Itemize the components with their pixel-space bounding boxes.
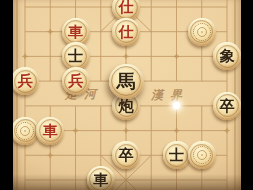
screenshot-root: 楚河 漢界 仕車仕士象兵兵馬炮卒車卒士車 (0, 0, 253, 190)
piece-character: 馬 (109, 64, 144, 99)
piece-red-advisor[interactable]: 仕 (112, 18, 140, 46)
piece-hidden-piece[interactable] (188, 141, 216, 169)
piece-black-horse[interactable]: 馬 (109, 64, 144, 99)
right-black-bar (241, 0, 253, 190)
left-black-bar (0, 0, 13, 190)
piece-character: 卒 (213, 92, 241, 120)
piece-red-soldier[interactable]: 兵 (62, 67, 90, 95)
piece-character: 象 (213, 42, 241, 70)
piece-character: 卒 (112, 141, 140, 169)
piece-red-soldier[interactable]: 兵 (11, 67, 39, 95)
face-down-pattern (193, 23, 211, 41)
piece-hidden-piece[interactable] (11, 117, 39, 145)
piece-hidden-piece[interactable] (188, 18, 216, 46)
face-down-pattern (193, 146, 211, 164)
piece-character: 士 (163, 141, 191, 169)
piece-black-advisor[interactable]: 士 (163, 141, 191, 169)
piece-black-elephant[interactable]: 象 (213, 42, 241, 70)
piece-black-soldier[interactable]: 卒 (213, 92, 241, 120)
piece-character: 仕 (112, 18, 140, 46)
river-label-han-jie: 漢界 (151, 87, 189, 104)
face-down-pattern (16, 122, 34, 140)
piece-character: 車 (36, 117, 64, 145)
piece-black-soldier[interactable]: 卒 (112, 141, 140, 169)
piece-character: 兵 (11, 67, 39, 95)
piece-character: 車 (87, 166, 115, 190)
piece-red-chariot[interactable]: 車 (36, 117, 64, 145)
piece-black-chariot[interactable]: 車 (87, 166, 115, 190)
piece-character: 兵 (62, 67, 90, 95)
